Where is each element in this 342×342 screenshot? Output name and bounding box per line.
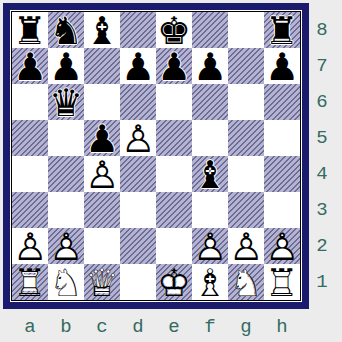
square-f8[interactable]: [192, 12, 228, 48]
chess-board: ♜♞♝♚♜♟♟♟♟♟♟♛♟♟♙♟♙♝♟♙♟♙♟♙♟♙♟♙♜♖♞♘♛♕♚♔♝♗♞♘…: [11, 11, 301, 301]
square-c4[interactable]: ♟♙: [84, 156, 120, 192]
square-b4[interactable]: [48, 156, 84, 192]
square-e3[interactable]: [156, 192, 192, 228]
square-g5[interactable]: [228, 120, 264, 156]
rank-labels: 87654321: [309, 12, 335, 300]
white-king: ♚: [156, 265, 192, 301]
white-pawn: ♟: [264, 229, 300, 265]
white-pawn-outline: ♙: [192, 229, 228, 265]
white-pawn-outline: ♙: [120, 121, 156, 157]
white-queen: ♛: [84, 265, 120, 301]
square-h8[interactable]: ♜: [264, 12, 300, 48]
rank-label-7: 7: [309, 48, 335, 84]
white-knight-outline: ♘: [228, 265, 264, 301]
white-pawn: ♟: [48, 229, 84, 265]
black-queen: ♛: [48, 85, 84, 121]
square-g6[interactable]: [228, 84, 264, 120]
file-label-h: h: [264, 309, 300, 342]
square-g3[interactable]: [228, 192, 264, 228]
file-label-f: f: [192, 309, 228, 342]
square-c1[interactable]: ♛♕: [84, 264, 120, 300]
square-f1[interactable]: ♝♗: [192, 264, 228, 300]
square-c2[interactable]: [84, 228, 120, 264]
rank-label-1: 1: [309, 264, 335, 300]
white-knight: ♞: [48, 265, 84, 301]
square-e1[interactable]: ♚♔: [156, 264, 192, 300]
white-rook: ♜: [12, 265, 48, 301]
square-f5[interactable]: [192, 120, 228, 156]
square-g1[interactable]: ♞♘: [228, 264, 264, 300]
black-pawn: ♟: [84, 121, 120, 157]
black-knight: ♞: [48, 13, 84, 49]
square-d5[interactable]: ♟♙: [120, 120, 156, 156]
white-pawn: ♟: [12, 229, 48, 265]
square-b2[interactable]: ♟♙: [48, 228, 84, 264]
square-h2[interactable]: ♟♙: [264, 228, 300, 264]
white-pawn-outline: ♙: [264, 229, 300, 265]
square-h5[interactable]: [264, 120, 300, 156]
square-g8[interactable]: [228, 12, 264, 48]
white-knight-outline: ♘: [48, 265, 84, 301]
square-d1[interactable]: [120, 264, 156, 300]
square-b5[interactable]: [48, 120, 84, 156]
white-pawn: ♟: [228, 229, 264, 265]
black-king: ♚: [156, 13, 192, 49]
square-e2[interactable]: [156, 228, 192, 264]
square-c8[interactable]: ♝: [84, 12, 120, 48]
square-h6[interactable]: [264, 84, 300, 120]
black-pawn: ♟: [48, 49, 84, 85]
square-a1[interactable]: ♜♖: [12, 264, 48, 300]
square-a8[interactable]: ♜: [12, 12, 48, 48]
square-d6[interactable]: [120, 84, 156, 120]
rank-label-5: 5: [309, 120, 335, 156]
square-h1[interactable]: ♜♖: [264, 264, 300, 300]
rank-label-6: 6: [309, 84, 335, 120]
black-bishop: ♝: [192, 157, 228, 193]
white-pawn-outline: ♙: [48, 229, 84, 265]
square-h4[interactable]: [264, 156, 300, 192]
white-bishop: ♝: [192, 265, 228, 301]
file-label-e: e: [156, 309, 192, 342]
square-a3[interactable]: [12, 192, 48, 228]
white-pawn-outline: ♙: [84, 157, 120, 193]
square-a4[interactable]: [12, 156, 48, 192]
file-labels: abcdefgh: [12, 309, 300, 342]
square-h3[interactable]: [264, 192, 300, 228]
square-c3[interactable]: [84, 192, 120, 228]
square-a2[interactable]: ♟♙: [12, 228, 48, 264]
square-e5[interactable]: [156, 120, 192, 156]
square-a7[interactable]: ♟: [12, 48, 48, 84]
square-f6[interactable]: [192, 84, 228, 120]
file-label-b: b: [48, 309, 84, 342]
white-pawn-outline: ♙: [228, 229, 264, 265]
square-b6[interactable]: ♛: [48, 84, 84, 120]
black-bishop: ♝: [84, 13, 120, 49]
file-label-a: a: [12, 309, 48, 342]
black-rook: ♜: [264, 13, 300, 49]
square-e7[interactable]: ♟: [156, 48, 192, 84]
square-a6[interactable]: [12, 84, 48, 120]
black-pawn: ♟: [120, 49, 156, 85]
file-label-d: d: [120, 309, 156, 342]
white-king-outline: ♔: [156, 265, 192, 301]
board-frame: ♜♞♝♚♜♟♟♟♟♟♟♛♟♟♙♟♙♝♟♙♟♙♟♙♟♙♟♙♜♖♞♘♛♕♚♔♝♗♞♘…: [3, 3, 309, 309]
rank-label-8: 8: [309, 12, 335, 48]
file-label-g: g: [228, 309, 264, 342]
black-pawn: ♟: [12, 49, 48, 85]
file-label-c: c: [84, 309, 120, 342]
square-b3[interactable]: [48, 192, 84, 228]
square-e8[interactable]: ♚: [156, 12, 192, 48]
square-c7[interactable]: [84, 48, 120, 84]
rank-label-4: 4: [309, 156, 335, 192]
white-pawn-outline: ♙: [12, 229, 48, 265]
square-g4[interactable]: [228, 156, 264, 192]
square-d4[interactable]: [120, 156, 156, 192]
white-rook-outline: ♖: [264, 265, 300, 301]
rank-label-2: 2: [309, 228, 335, 264]
square-a5[interactable]: [12, 120, 48, 156]
white-queen-outline: ♕: [84, 265, 120, 301]
black-rook: ♜: [12, 13, 48, 49]
square-b1[interactable]: ♞♘: [48, 264, 84, 300]
square-h7[interactable]: ♟: [264, 48, 300, 84]
square-d7[interactable]: ♟: [120, 48, 156, 84]
black-pawn: ♟: [156, 49, 192, 85]
square-f4[interactable]: ♝: [192, 156, 228, 192]
square-d8[interactable]: [120, 12, 156, 48]
square-g7[interactable]: [228, 48, 264, 84]
square-f7[interactable]: ♟: [192, 48, 228, 84]
white-pawn: ♟: [120, 121, 156, 157]
square-f2[interactable]: ♟♙: [192, 228, 228, 264]
rank-label-3: 3: [309, 192, 335, 228]
square-c5[interactable]: ♟: [84, 120, 120, 156]
square-d3[interactable]: [120, 192, 156, 228]
white-pawn: ♟: [84, 157, 120, 193]
square-e4[interactable]: [156, 156, 192, 192]
white-rook: ♜: [264, 265, 300, 301]
white-bishop-outline: ♗: [192, 265, 228, 301]
square-d2[interactable]: [120, 228, 156, 264]
black-pawn: ♟: [264, 49, 300, 85]
square-b8[interactable]: ♞: [48, 12, 84, 48]
square-f3[interactable]: [192, 192, 228, 228]
white-rook-outline: ♖: [12, 265, 48, 301]
square-b7[interactable]: ♟: [48, 48, 84, 84]
square-e6[interactable]: [156, 84, 192, 120]
white-knight: ♞: [228, 265, 264, 301]
white-pawn: ♟: [192, 229, 228, 265]
black-pawn: ♟: [192, 49, 228, 85]
square-g2[interactable]: ♟♙: [228, 228, 264, 264]
square-c6[interactable]: [84, 84, 120, 120]
